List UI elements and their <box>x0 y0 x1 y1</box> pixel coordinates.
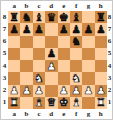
white-pawn: ♟ <box>96 85 106 96</box>
square-c5[interactable] <box>33 48 45 60</box>
board-corner <box>1 1 8 11</box>
black-rook: ♜ <box>96 11 106 22</box>
black-bishop: ♝ <box>71 11 81 22</box>
black-pawn: ♟ <box>9 23 19 34</box>
rank-label-7-right: 7 <box>107 23 112 35</box>
white-pawn: ♟ <box>34 85 44 96</box>
square-c6[interactable] <box>33 36 45 48</box>
white-pawn: ♟ <box>9 85 19 96</box>
black-pawn: ♟ <box>22 23 32 34</box>
square-d7[interactable] <box>45 23 57 35</box>
file-label-f-bottom: f <box>70 109 82 119</box>
white-king: ♚ <box>59 97 69 108</box>
file-label-g-top: g <box>82 1 94 11</box>
square-h4[interactable] <box>95 60 107 72</box>
black-rook: ♜ <box>9 11 19 22</box>
chess-board: abcdefgh8♜♞♝♛♚♝♜87♟♟♟♟♟♟♟76♞65♟54♟43♞♞32… <box>0 0 113 120</box>
square-f8[interactable]: ♝ <box>70 11 82 23</box>
square-d1[interactable]: ♛ <box>45 97 57 109</box>
square-c7[interactable]: ♟ <box>33 23 45 35</box>
black-bishop: ♝ <box>34 11 44 22</box>
square-e5[interactable] <box>58 48 70 60</box>
square-f1[interactable]: ♝ <box>70 97 82 109</box>
square-h6[interactable] <box>95 36 107 48</box>
file-label-a-top: a <box>8 1 20 11</box>
square-b6[interactable] <box>20 36 32 48</box>
black-queen: ♛ <box>46 11 56 22</box>
square-d6[interactable] <box>45 36 57 48</box>
white-knight: ♞ <box>34 72 44 83</box>
rank-label-3-right: 3 <box>107 72 112 84</box>
file-label-b-bottom: b <box>20 109 32 119</box>
square-e4[interactable] <box>58 60 70 72</box>
board-corner <box>107 1 112 11</box>
square-h2[interactable]: ♟ <box>95 85 107 97</box>
square-e3[interactable] <box>58 72 70 84</box>
white-pawn: ♟ <box>71 85 81 96</box>
black-king: ♚ <box>59 11 69 22</box>
square-h5[interactable] <box>95 48 107 60</box>
square-e1[interactable]: ♚ <box>58 97 70 109</box>
square-a2[interactable]: ♟ <box>8 85 20 97</box>
square-b2[interactable]: ♟ <box>20 85 32 97</box>
rank-label-4-right: 4 <box>107 60 112 72</box>
file-label-c-bottom: c <box>33 109 45 119</box>
rank-label-8-right: 8 <box>107 11 112 23</box>
rank-label-5-left: 5 <box>1 48 8 60</box>
square-a1[interactable]: ♜ <box>8 97 20 109</box>
square-b1[interactable] <box>20 97 32 109</box>
square-a7[interactable]: ♟ <box>8 23 20 35</box>
square-b3[interactable] <box>20 72 32 84</box>
square-f6[interactable]: ♞ <box>70 36 82 48</box>
black-pawn: ♟ <box>59 23 69 34</box>
square-f5[interactable] <box>70 48 82 60</box>
white-pawn: ♟ <box>46 60 56 71</box>
square-d3[interactable] <box>45 72 57 84</box>
square-g6[interactable] <box>82 36 94 48</box>
file-label-f-top: f <box>70 1 82 11</box>
square-b4[interactable] <box>20 60 32 72</box>
square-e6[interactable] <box>58 36 70 48</box>
black-pawn: ♟ <box>71 23 81 34</box>
rank-label-2-left: 2 <box>1 85 8 97</box>
square-f7[interactable]: ♟ <box>70 23 82 35</box>
square-d2[interactable] <box>45 85 57 97</box>
rank-label-1-left: 1 <box>1 97 8 109</box>
square-c1[interactable]: ♝ <box>33 97 45 109</box>
square-f2[interactable]: ♟ <box>70 85 82 97</box>
square-c3[interactable]: ♞ <box>33 72 45 84</box>
square-e8[interactable]: ♚ <box>58 11 70 23</box>
black-knight: ♞ <box>71 36 81 47</box>
square-f3[interactable]: ♞ <box>70 72 82 84</box>
square-a5[interactable] <box>8 48 20 60</box>
rank-label-1-right: 1 <box>107 97 112 109</box>
black-pawn: ♟ <box>34 23 44 34</box>
square-a8[interactable]: ♜ <box>8 11 20 23</box>
rank-label-8-left: 8 <box>1 11 8 23</box>
square-f4[interactable] <box>70 60 82 72</box>
square-g3[interactable] <box>82 72 94 84</box>
white-bishop: ♝ <box>34 97 44 108</box>
square-g4[interactable] <box>82 60 94 72</box>
rank-label-5-right: 5 <box>107 48 112 60</box>
rank-label-6-right: 6 <box>107 36 112 48</box>
board-corner <box>1 109 8 119</box>
square-c8[interactable]: ♝ <box>33 11 45 23</box>
file-label-h-bottom: h <box>95 109 107 119</box>
square-g8[interactable] <box>82 11 94 23</box>
file-label-d-top: d <box>45 1 57 11</box>
board-corner <box>107 109 112 119</box>
black-knight: ♞ <box>22 11 32 22</box>
square-a4[interactable] <box>8 60 20 72</box>
square-d5[interactable]: ♟ <box>45 48 57 60</box>
file-label-h-top: h <box>95 1 107 11</box>
square-h1[interactable]: ♜ <box>95 97 107 109</box>
black-pawn: ♟ <box>84 23 94 34</box>
white-pawn: ♟ <box>22 85 32 96</box>
white-bishop: ♝ <box>71 97 81 108</box>
square-d8[interactable]: ♛ <box>45 11 57 23</box>
white-pawn: ♟ <box>59 85 69 96</box>
file-label-c-top: c <box>33 1 45 11</box>
square-b8[interactable]: ♞ <box>20 11 32 23</box>
file-label-e-top: e <box>58 1 70 11</box>
square-g5[interactable] <box>82 48 94 60</box>
black-pawn: ♟ <box>46 48 56 59</box>
file-label-e-bottom: e <box>58 109 70 119</box>
square-c4[interactable] <box>33 60 45 72</box>
white-rook: ♜ <box>9 97 19 108</box>
square-b7[interactable]: ♟ <box>20 23 32 35</box>
square-g2[interactable]: ♟ <box>82 85 94 97</box>
square-a6[interactable] <box>8 36 20 48</box>
square-d4[interactable]: ♟ <box>45 60 57 72</box>
square-e2[interactable]: ♟ <box>58 85 70 97</box>
square-g1[interactable] <box>82 97 94 109</box>
square-h7[interactable]: ♟ <box>95 23 107 35</box>
rank-label-4-left: 4 <box>1 60 8 72</box>
file-label-g-bottom: g <box>82 109 94 119</box>
rank-label-6-left: 6 <box>1 36 8 48</box>
file-label-a-bottom: a <box>8 109 20 119</box>
rank-label-2-right: 2 <box>107 85 112 97</box>
white-queen: ♛ <box>46 97 56 108</box>
square-c2[interactable]: ♟ <box>33 85 45 97</box>
square-a3[interactable] <box>8 72 20 84</box>
file-label-d-bottom: d <box>45 109 57 119</box>
square-h8[interactable]: ♜ <box>95 11 107 23</box>
rank-label-7-left: 7 <box>1 23 8 35</box>
square-e7[interactable]: ♟ <box>58 23 70 35</box>
black-pawn: ♟ <box>96 23 106 34</box>
square-g7[interactable]: ♟ <box>82 23 94 35</box>
white-knight: ♞ <box>71 72 81 83</box>
file-label-b-top: b <box>20 1 32 11</box>
white-pawn: ♟ <box>84 85 94 96</box>
square-h3[interactable] <box>95 72 107 84</box>
rank-label-3-left: 3 <box>1 72 8 84</box>
square-b5[interactable] <box>20 48 32 60</box>
white-rook: ♜ <box>96 97 106 108</box>
